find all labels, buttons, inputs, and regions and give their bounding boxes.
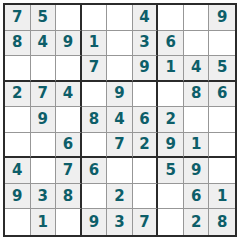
cell-r4c9: 6 (209, 82, 235, 108)
cell-r1c6: 4 (133, 5, 159, 31)
cell-r9c4: 9 (82, 209, 108, 235)
cell-r2c9[interactable] (209, 31, 235, 57)
cell-r5c4: 8 (82, 107, 108, 133)
cell-r3c2[interactable] (31, 56, 57, 82)
cell-r2c5[interactable] (107, 31, 133, 57)
cell-r7c4: 6 (82, 158, 108, 184)
cell-r7c5[interactable] (107, 158, 133, 184)
cell-r6c7: 9 (158, 133, 184, 159)
cell-r4c6[interactable] (133, 82, 159, 108)
cell-r9c7[interactable] (158, 209, 184, 235)
cell-r9c5: 3 (107, 209, 133, 235)
cell-r6c8: 1 (184, 133, 210, 159)
cell-r3c6: 9 (133, 56, 159, 82)
cell-r5c3[interactable] (56, 107, 82, 133)
cell-r5c2: 9 (31, 107, 57, 133)
cell-r7c1: 4 (5, 158, 31, 184)
cell-r9c2: 1 (31, 209, 57, 235)
cell-r7c2[interactable] (31, 158, 57, 184)
cell-r8c3: 8 (56, 184, 82, 210)
cell-r8c8: 6 (184, 184, 210, 210)
cell-r2c7: 6 (158, 31, 184, 57)
cell-r1c3[interactable] (56, 5, 82, 31)
cell-r4c4[interactable] (82, 82, 108, 108)
cell-r3c4: 7 (82, 56, 108, 82)
cell-r3c9: 5 (209, 56, 235, 82)
cell-r4c8: 8 (184, 82, 210, 108)
cell-r1c2: 5 (31, 5, 57, 31)
cell-r7c9[interactable] (209, 158, 235, 184)
cell-r1c4[interactable] (82, 5, 108, 31)
cell-r6c6: 2 (133, 133, 159, 159)
cell-r1c8[interactable] (184, 5, 210, 31)
cell-r5c5: 4 (107, 107, 133, 133)
cell-r5c7: 2 (158, 107, 184, 133)
cell-r1c1: 7 (5, 5, 31, 31)
cell-r6c5: 7 (107, 133, 133, 159)
cell-r2c8[interactable] (184, 31, 210, 57)
cell-r3c1[interactable] (5, 56, 31, 82)
cell-r9c3[interactable] (56, 209, 82, 235)
cell-r3c3[interactable] (56, 56, 82, 82)
cell-r8c1: 9 (5, 184, 31, 210)
cell-r6c3: 6 (56, 133, 82, 159)
sudoku-board: 7549849136791452749869846267291476599382… (3, 3, 237, 237)
cell-r6c9[interactable] (209, 133, 235, 159)
cell-r5c9[interactable] (209, 107, 235, 133)
cell-r8c4[interactable] (82, 184, 108, 210)
cell-r2c2: 4 (31, 31, 57, 57)
cell-r6c2[interactable] (31, 133, 57, 159)
cell-r3c7: 1 (158, 56, 184, 82)
cell-r3c8: 4 (184, 56, 210, 82)
cell-r6c1[interactable] (5, 133, 31, 159)
cell-r7c8: 9 (184, 158, 210, 184)
cell-r8c5: 2 (107, 184, 133, 210)
cell-r8c9: 1 (209, 184, 235, 210)
cell-r4c7[interactable] (158, 82, 184, 108)
cell-r7c6[interactable] (133, 158, 159, 184)
cell-r9c6: 7 (133, 209, 159, 235)
cell-r8c2: 3 (31, 184, 57, 210)
cell-r4c3: 4 (56, 82, 82, 108)
cell-r2c4: 1 (82, 31, 108, 57)
cell-r2c1: 8 (5, 31, 31, 57)
cell-r6c4[interactable] (82, 133, 108, 159)
cell-r4c5: 9 (107, 82, 133, 108)
cell-r3c5[interactable] (107, 56, 133, 82)
cell-r1c7[interactable] (158, 5, 184, 31)
cell-r5c6: 6 (133, 107, 159, 133)
cell-r5c8[interactable] (184, 107, 210, 133)
cell-r7c3: 7 (56, 158, 82, 184)
cell-r2c6: 3 (133, 31, 159, 57)
cell-r2c3: 9 (56, 31, 82, 57)
cell-r1c5[interactable] (107, 5, 133, 31)
cell-r4c2: 7 (31, 82, 57, 108)
cell-r7c7: 5 (158, 158, 184, 184)
cell-r9c1[interactable] (5, 209, 31, 235)
cell-r5c1[interactable] (5, 107, 31, 133)
cell-r1c9: 9 (209, 5, 235, 31)
cell-r8c6[interactable] (133, 184, 159, 210)
cell-r9c8: 2 (184, 209, 210, 235)
cell-r8c7[interactable] (158, 184, 184, 210)
cell-r4c1: 2 (5, 82, 31, 108)
cell-r9c9: 8 (209, 209, 235, 235)
